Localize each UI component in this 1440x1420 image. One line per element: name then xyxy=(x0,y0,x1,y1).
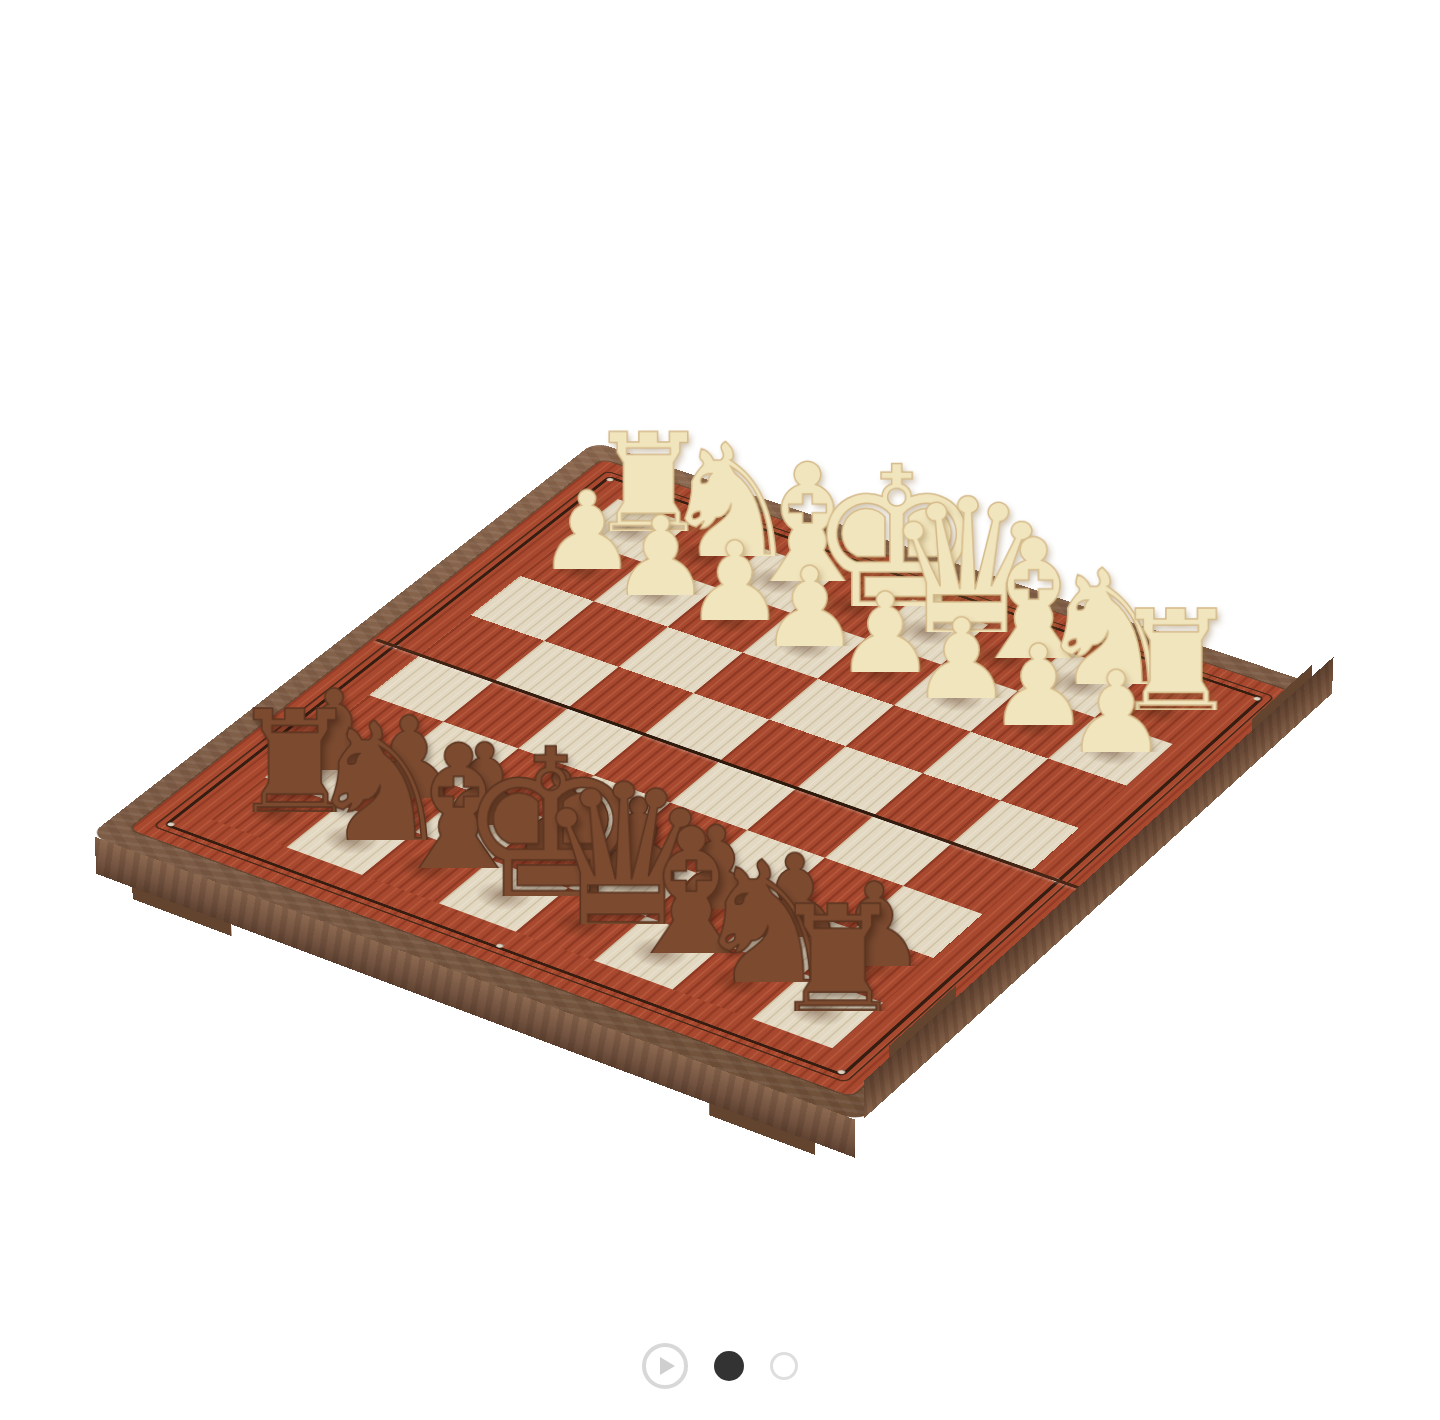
wood-surface: ♜♞♝♚♛♝♞♜♟♟♟♟♟♟♟♟♟♟♟♟♟♟♟♟♜♞♝♚♛♝♞♜ xyxy=(129,459,1297,1096)
video-play-indicator[interactable] xyxy=(642,1343,688,1389)
slide-dot-inactive[interactable] xyxy=(770,1352,798,1380)
chess-board: ♜♞♝♚♛♝♞♜♟♟♟♟♟♟♟♟♟♟♟♟♟♟♟♟♜♞♝♚♛♝♞♜ xyxy=(90,442,1335,1122)
board-scene: ♜♞♝♚♛♝♞♜♟♟♟♟♟♟♟♟♟♟♟♟♟♟♟♟♜♞♝♚♛♝♞♜ xyxy=(0,0,1440,1420)
slide-dot-active[interactable] xyxy=(714,1351,744,1381)
board-foot xyxy=(132,887,231,936)
product-photo-stage: ♜♞♝♚♛♝♞♜♟♟♟♟♟♟♟♟♟♟♟♟♟♟♟♟♜♞♝♚♛♝♞♜ xyxy=(0,0,1440,1420)
carousel-indicators xyxy=(0,1341,1440,1391)
board-foot xyxy=(709,1103,815,1155)
